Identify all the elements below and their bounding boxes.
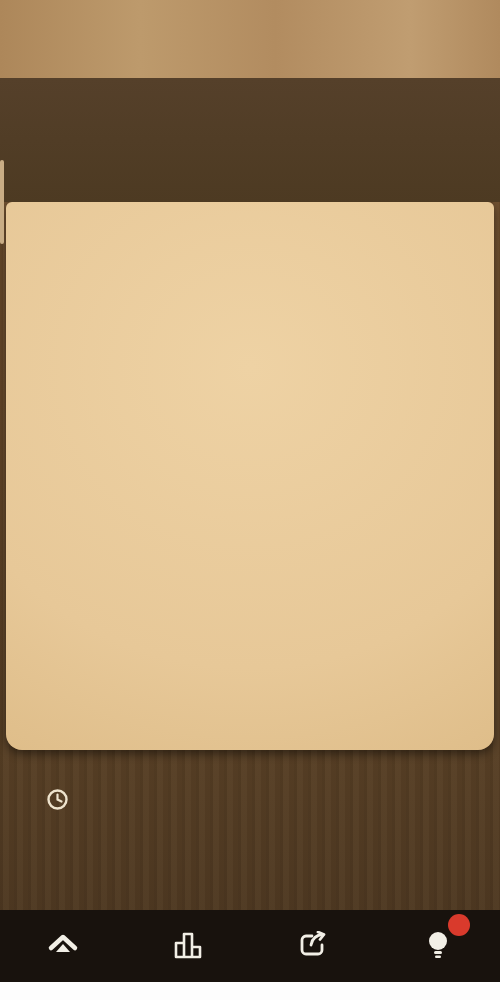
nav-menu-button[interactable] [0,910,125,982]
nav-share-button[interactable] [250,910,375,982]
ranking-icon [171,931,205,959]
nav-hint-button[interactable] [375,910,500,982]
nav-ranking-button[interactable] [125,910,250,982]
hint-icon [425,931,451,959]
clock-icon [46,788,69,811]
timer [46,788,75,811]
status-bar [0,778,500,820]
bottom-gap [0,982,500,1000]
menu-icon [46,933,80,957]
xiangqi-board[interactable] [6,202,494,750]
info-panel [0,78,500,202]
scrollbar-thumb[interactable] [0,160,4,244]
share-icon [297,931,329,959]
bottom-nav [0,910,500,982]
hint-badge [448,914,470,936]
app-screen [0,0,500,1000]
pieces-layer [6,202,492,739]
page-title [0,0,500,78]
